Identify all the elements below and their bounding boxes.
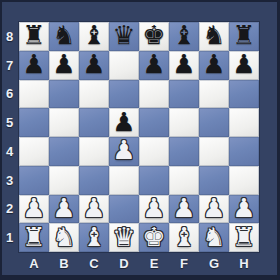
square-e3[interactable]	[139, 166, 169, 195]
square-d1[interactable]: ♛	[109, 223, 139, 252]
square-b3[interactable]	[49, 166, 79, 195]
square-e7[interactable]: ♟	[139, 51, 169, 80]
square-h2[interactable]: ♟	[229, 195, 259, 224]
square-f1[interactable]: ♝	[169, 223, 199, 252]
piece-white-pawn[interactable]: ♟	[172, 195, 195, 221]
square-b1[interactable]: ♞	[49, 223, 79, 252]
square-g7[interactable]: ♟	[199, 51, 229, 80]
piece-black-pawn[interactable]: ♟	[82, 51, 105, 77]
square-f4[interactable]	[169, 137, 199, 166]
square-h7[interactable]: ♟	[229, 51, 259, 80]
square-c3[interactable]	[79, 166, 109, 195]
file-label-f: F	[169, 253, 199, 273]
square-a6[interactable]	[19, 80, 49, 109]
square-g5[interactable]	[199, 108, 229, 137]
square-g4[interactable]	[199, 137, 229, 166]
piece-white-rook[interactable]: ♜	[232, 224, 255, 250]
square-g8[interactable]: ♞	[199, 22, 229, 51]
chess-board: ♜♞♝♛♚♝♞♜♟♟♟♟♟♟♟♟♟♟♟♟♟♟♟♟♜♞♝♛♚♝♞♜	[19, 22, 259, 252]
piece-white-pawn[interactable]: ♟	[142, 195, 165, 221]
square-d2[interactable]	[109, 195, 139, 224]
file-label-g: G	[199, 253, 229, 273]
square-h1[interactable]: ♜	[229, 223, 259, 252]
rank-label-5: 5	[2, 108, 17, 137]
rank-label-1: 1	[2, 223, 17, 252]
square-g6[interactable]	[199, 80, 229, 109]
square-b7[interactable]: ♟	[49, 51, 79, 80]
square-d8[interactable]: ♛	[109, 22, 139, 51]
file-label-d: D	[109, 253, 139, 273]
piece-black-pawn[interactable]: ♟	[112, 109, 135, 135]
piece-black-pawn[interactable]: ♟	[202, 51, 225, 77]
square-c8[interactable]: ♝	[79, 22, 109, 51]
piece-black-pawn[interactable]: ♟	[52, 51, 75, 77]
square-h6[interactable]	[229, 80, 259, 109]
square-h8[interactable]: ♜	[229, 22, 259, 51]
square-a8[interactable]: ♜	[19, 22, 49, 51]
square-b6[interactable]	[49, 80, 79, 109]
square-f5[interactable]	[169, 108, 199, 137]
rank-label-4: 4	[2, 137, 17, 166]
square-b8[interactable]: ♞	[49, 22, 79, 51]
square-e4[interactable]	[139, 137, 169, 166]
square-c7[interactable]: ♟	[79, 51, 109, 80]
file-label-a: A	[19, 253, 49, 273]
rank-label-8: 8	[2, 22, 17, 51]
square-c2[interactable]: ♟	[79, 195, 109, 224]
piece-black-rook[interactable]: ♜	[232, 22, 255, 48]
square-d5[interactable]: ♟	[109, 108, 139, 137]
file-labels: ABCDEFGH	[19, 253, 259, 273]
square-a5[interactable]	[19, 108, 49, 137]
piece-black-pawn[interactable]: ♟	[232, 51, 255, 77]
square-d4[interactable]: ♟	[109, 137, 139, 166]
rank-label-6: 6	[2, 80, 17, 109]
rank-label-3: 3	[2, 166, 17, 195]
square-f2[interactable]: ♟	[169, 195, 199, 224]
piece-white-pawn[interactable]: ♟	[52, 195, 75, 221]
file-label-h: H	[229, 253, 259, 273]
piece-white-pawn[interactable]: ♟	[112, 137, 135, 163]
square-h4[interactable]	[229, 137, 259, 166]
square-b5[interactable]	[49, 108, 79, 137]
square-c1[interactable]: ♝	[79, 223, 109, 252]
square-e8[interactable]: ♚	[139, 22, 169, 51]
square-d6[interactable]	[109, 80, 139, 109]
square-a2[interactable]: ♟	[19, 195, 49, 224]
square-e6[interactable]	[139, 80, 169, 109]
square-e1[interactable]: ♚	[139, 223, 169, 252]
piece-black-bishop[interactable]: ♝	[82, 22, 105, 48]
piece-black-rook[interactable]: ♜	[22, 22, 45, 48]
square-d3[interactable]	[109, 166, 139, 195]
piece-black-bishop[interactable]: ♝	[172, 22, 195, 48]
square-g1[interactable]: ♞	[199, 223, 229, 252]
square-h3[interactable]	[229, 166, 259, 195]
square-g3[interactable]	[199, 166, 229, 195]
piece-white-bishop[interactable]: ♝	[82, 224, 105, 250]
square-a1[interactable]: ♜	[19, 223, 49, 252]
piece-white-knight[interactable]: ♞	[202, 224, 225, 250]
piece-white-knight[interactable]: ♞	[52, 224, 75, 250]
square-c5[interactable]	[79, 108, 109, 137]
piece-black-pawn[interactable]: ♟	[142, 51, 165, 77]
piece-white-pawn[interactable]: ♟	[22, 195, 45, 221]
piece-white-king[interactable]: ♚	[142, 224, 165, 250]
file-label-e: E	[139, 253, 169, 273]
square-b4[interactable]	[49, 137, 79, 166]
piece-white-queen[interactable]: ♛	[112, 224, 135, 250]
square-a3[interactable]	[19, 166, 49, 195]
square-b2[interactable]: ♟	[49, 195, 79, 224]
piece-black-king[interactable]: ♚	[142, 22, 165, 48]
square-c4[interactable]	[79, 137, 109, 166]
rank-label-2: 2	[2, 195, 17, 224]
square-f6[interactable]	[169, 80, 199, 109]
square-h5[interactable]	[229, 108, 259, 137]
square-a7[interactable]: ♟	[19, 51, 49, 80]
piece-black-queen[interactable]: ♛	[112, 22, 135, 48]
rank-labels: 87654321	[2, 22, 17, 252]
piece-black-knight[interactable]: ♞	[52, 22, 75, 48]
square-e2[interactable]: ♟	[139, 195, 169, 224]
square-g2[interactable]: ♟	[199, 195, 229, 224]
piece-black-pawn[interactable]: ♟	[172, 51, 195, 77]
square-f3[interactable]	[169, 166, 199, 195]
square-a4[interactable]	[19, 137, 49, 166]
piece-black-knight[interactable]: ♞	[202, 22, 225, 48]
square-d7[interactable]	[109, 51, 139, 80]
file-label-c: C	[79, 253, 109, 273]
file-label-b: B	[49, 253, 79, 273]
square-f7[interactable]: ♟	[169, 51, 199, 80]
piece-white-pawn[interactable]: ♟	[82, 195, 105, 221]
piece-white-rook[interactable]: ♜	[22, 224, 45, 250]
piece-white-bishop[interactable]: ♝	[172, 224, 195, 250]
rank-label-7: 7	[2, 51, 17, 80]
chessboard-frame: 87654321 ♜♞♝♛♚♝♞♜♟♟♟♟♟♟♟♟♟♟♟♟♟♟♟♟♜♞♝♛♚♝♞…	[0, 0, 280, 280]
piece-white-pawn[interactable]: ♟	[232, 195, 255, 221]
square-c6[interactable]	[79, 80, 109, 109]
piece-black-pawn[interactable]: ♟	[22, 51, 45, 77]
square-e5[interactable]	[139, 108, 169, 137]
square-f8[interactable]: ♝	[169, 22, 199, 51]
piece-white-pawn[interactable]: ♟	[202, 195, 225, 221]
